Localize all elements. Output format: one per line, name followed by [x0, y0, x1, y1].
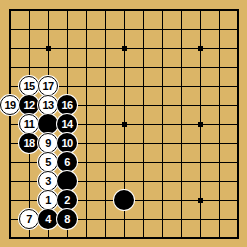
grid-line-vertical — [143, 10, 144, 239]
stone-move-number: 5 — [45, 157, 51, 168]
black-stone — [38, 114, 58, 134]
white-stone: 15 — [19, 76, 39, 96]
stone-move-number: 18 — [23, 138, 34, 149]
stone-move-number: 9 — [45, 138, 51, 149]
grid-line-vertical — [162, 10, 163, 239]
black-stone: 10 — [57, 133, 77, 153]
black-stone: 4 — [38, 209, 58, 229]
black-stone: 2 — [57, 190, 77, 210]
stone-move-number: 3 — [45, 176, 51, 187]
grid-line-vertical — [181, 10, 182, 239]
black-stone: 18 — [19, 133, 39, 153]
black-stone: 14 — [57, 114, 77, 134]
black-stone: 16 — [57, 95, 77, 115]
stone-move-number: 2 — [64, 195, 70, 206]
stone-move-number: 1 — [45, 195, 51, 206]
stone-move-number: 6 — [64, 157, 70, 168]
black-stone — [57, 171, 77, 191]
black-stone: 6 — [57, 152, 77, 172]
black-stone: 8 — [57, 209, 77, 229]
stone-move-number: 17 — [42, 81, 53, 92]
black-stone — [114, 190, 134, 210]
stone-move-number: 8 — [64, 214, 70, 225]
stone-move-number: 10 — [61, 138, 72, 149]
stone-move-number: 7 — [26, 214, 32, 225]
stone-move-number: 11 — [24, 119, 35, 130]
star-point — [122, 122, 127, 127]
stone-move-number: 19 — [4, 100, 15, 111]
stone-move-number: 4 — [45, 214, 51, 225]
white-stone: 9 — [38, 133, 58, 153]
white-stone: 11 — [19, 114, 39, 134]
go-board: 15171912131611141891056312748 — [0, 0, 247, 247]
stone-move-number: 16 — [61, 100, 72, 111]
white-stone: 1 — [38, 190, 58, 210]
white-stone: 13 — [38, 95, 58, 115]
white-stone: 17 — [38, 76, 58, 96]
white-stone: 19 — [0, 95, 20, 115]
stone-move-number: 15 — [23, 81, 34, 92]
star-point — [198, 46, 203, 51]
stone-move-number: 12 — [23, 100, 34, 111]
white-stone: 3 — [38, 171, 58, 191]
star-point — [198, 122, 203, 127]
black-stone: 12 — [19, 95, 39, 115]
star-point — [122, 46, 127, 51]
white-stone: 5 — [38, 152, 58, 172]
white-stone: 7 — [19, 209, 39, 229]
star-point — [198, 198, 203, 203]
star-point — [46, 46, 51, 51]
stone-move-number: 13 — [42, 100, 53, 111]
grid-line-vertical — [219, 10, 220, 239]
stone-move-number: 14 — [61, 119, 72, 130]
